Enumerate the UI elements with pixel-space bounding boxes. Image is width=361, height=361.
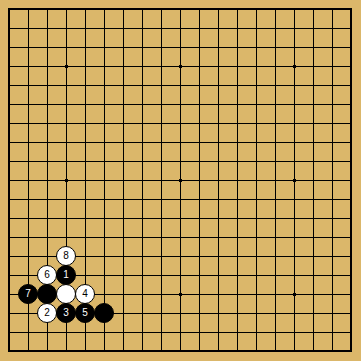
- white-stone: 4: [75, 284, 95, 304]
- white-stone: 2: [37, 303, 57, 323]
- black-stone: [37, 284, 57, 304]
- black-stone: 1: [56, 265, 76, 285]
- move-number: 8: [63, 251, 69, 261]
- go-diagram: 86174235: [0, 0, 361, 361]
- move-number: 2: [44, 308, 50, 318]
- white-stone: 8: [56, 246, 76, 266]
- move-number: 5: [82, 308, 88, 318]
- go-board: 86174235: [0, 0, 361, 361]
- black-stone: [94, 303, 114, 323]
- black-stone: 7: [18, 284, 38, 304]
- move-number: 6: [44, 270, 50, 280]
- move-number: 1: [63, 270, 69, 280]
- white-stone: 6: [37, 265, 57, 285]
- move-number: 4: [82, 289, 88, 299]
- move-number: 3: [63, 308, 69, 318]
- stones-grid: 86174235: [0, 0, 361, 361]
- move-number: 7: [25, 289, 31, 299]
- black-stone: 5: [75, 303, 95, 323]
- white-stone: [56, 284, 76, 304]
- black-stone: 3: [56, 303, 76, 323]
